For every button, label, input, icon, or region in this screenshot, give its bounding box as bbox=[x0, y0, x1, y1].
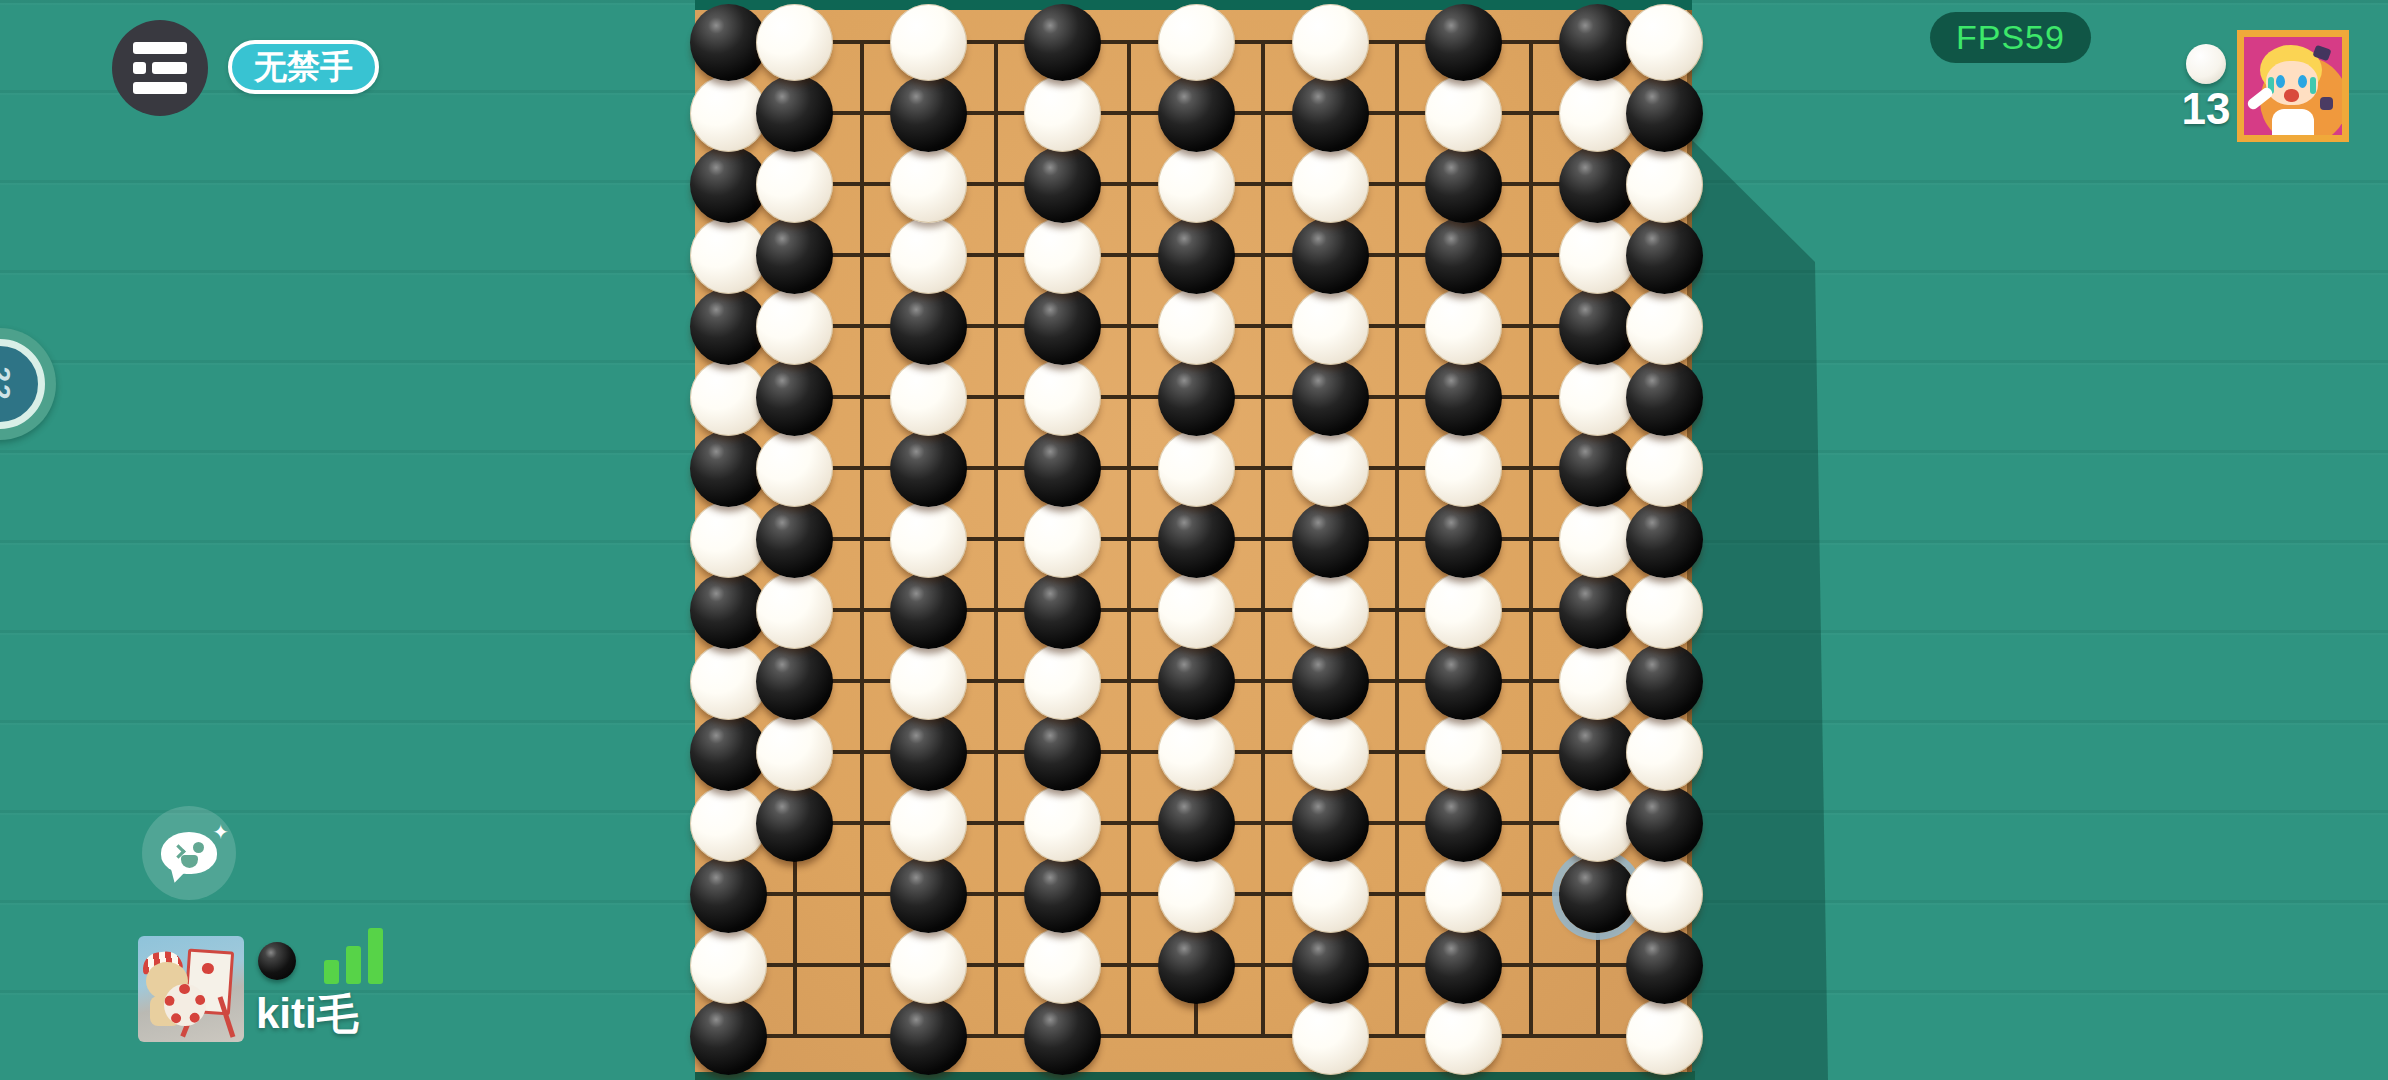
white-stone-r2c7 bbox=[1158, 146, 1235, 223]
white-stone-r7c13 bbox=[1559, 501, 1636, 578]
white-stone-r7c3 bbox=[890, 501, 967, 578]
white-stone-r10c14 bbox=[1626, 714, 1703, 791]
white-stone-r8c7 bbox=[1158, 572, 1235, 649]
black-stone-r14c5 bbox=[1024, 998, 1101, 1075]
white-stone-r3c3 bbox=[890, 217, 967, 294]
black-stone-r4c0 bbox=[690, 288, 767, 365]
white-stone-r5c3 bbox=[890, 359, 967, 436]
black-stone-r1c14 bbox=[1626, 75, 1703, 152]
black-stone-r6c13 bbox=[1559, 430, 1636, 507]
grid-line-vertical bbox=[1529, 40, 1533, 1038]
white-stone-r1c11 bbox=[1425, 75, 1502, 152]
black-stone-r1c1 bbox=[756, 75, 833, 152]
white-stone-r14c11 bbox=[1425, 998, 1502, 1075]
white-stone-r11c0 bbox=[690, 785, 767, 862]
black-stone-r5c11 bbox=[1425, 359, 1502, 436]
black-stone-r7c14 bbox=[1626, 501, 1703, 578]
black-stone-r10c13 bbox=[1559, 714, 1636, 791]
black-stone-r10c0 bbox=[690, 714, 767, 791]
white-stone-r4c7 bbox=[1158, 288, 1235, 365]
white-stone-r11c5 bbox=[1024, 785, 1101, 862]
black-stone-r9c1 bbox=[756, 643, 833, 720]
black-stone-r1c9 bbox=[1292, 75, 1369, 152]
white-stone-r6c7 bbox=[1158, 430, 1235, 507]
white-stone-r0c7 bbox=[1158, 4, 1235, 81]
white-stone-r8c1 bbox=[756, 572, 833, 649]
black-stone-r6c5 bbox=[1024, 430, 1101, 507]
avatar-glove bbox=[2320, 97, 2333, 110]
black-stone-r11c14 bbox=[1626, 785, 1703, 862]
player-avatar[interactable] bbox=[138, 936, 244, 1042]
white-stone-r7c0 bbox=[690, 501, 767, 578]
black-stone-r12c5 bbox=[1024, 856, 1101, 933]
black-stone-r9c11 bbox=[1425, 643, 1502, 720]
fps-label: FPS59 bbox=[1956, 18, 2065, 56]
white-stone-r9c0 bbox=[690, 643, 767, 720]
black-stone-r5c9 bbox=[1292, 359, 1369, 436]
side-drawer-badge-number: 22 bbox=[0, 366, 16, 401]
black-stone-r2c0 bbox=[690, 146, 767, 223]
white-stone-r8c11 bbox=[1425, 572, 1502, 649]
rule-badge: 无禁手 bbox=[228, 40, 379, 94]
black-stone-r11c11 bbox=[1425, 785, 1502, 862]
black-stone-r2c5 bbox=[1024, 146, 1101, 223]
white-stone-r3c13 bbox=[1559, 217, 1636, 294]
white-stone-r3c5 bbox=[1024, 217, 1101, 294]
white-stone-r2c9 bbox=[1292, 146, 1369, 223]
black-stone-r7c11 bbox=[1425, 501, 1502, 578]
black-stone-icon bbox=[258, 942, 296, 980]
white-stone-r10c11 bbox=[1425, 714, 1502, 791]
white-stone-r5c13 bbox=[1559, 359, 1636, 436]
board-bottom-edge bbox=[695, 1071, 1695, 1080]
black-stone-r5c7 bbox=[1158, 359, 1235, 436]
white-stone-r1c5 bbox=[1024, 75, 1101, 152]
white-stone-r12c9 bbox=[1292, 856, 1369, 933]
black-stone-r1c3 bbox=[890, 75, 967, 152]
black-stone-r6c0 bbox=[690, 430, 767, 507]
player-name: kiti毛 bbox=[256, 986, 359, 1042]
black-stone-r6c3 bbox=[890, 430, 967, 507]
white-stone-r5c0 bbox=[690, 359, 767, 436]
black-stone-r4c5 bbox=[1024, 288, 1101, 365]
white-stone-r6c14 bbox=[1626, 430, 1703, 507]
black-stone-r3c9 bbox=[1292, 217, 1369, 294]
hamburger-icon bbox=[133, 42, 187, 94]
white-stone-r8c9 bbox=[1292, 572, 1369, 649]
black-stone-r0c11 bbox=[1425, 4, 1502, 81]
white-stone-r2c1 bbox=[756, 146, 833, 223]
black-stone-r9c9 bbox=[1292, 643, 1369, 720]
white-stone-r0c3 bbox=[890, 4, 967, 81]
black-stone-r13c11 bbox=[1425, 927, 1502, 1004]
white-stone-r1c0 bbox=[690, 75, 767, 152]
black-stone-r3c7 bbox=[1158, 217, 1235, 294]
white-stone-r13c5 bbox=[1024, 927, 1101, 1004]
white-stone-r2c3 bbox=[890, 146, 967, 223]
white-stone-r4c11 bbox=[1425, 288, 1502, 365]
white-stone-r0c14 bbox=[1626, 4, 1703, 81]
white-stone-r10c7 bbox=[1158, 714, 1235, 791]
white-stone-r9c3 bbox=[890, 643, 967, 720]
black-stone-r8c13 bbox=[1559, 572, 1636, 649]
white-stone-r9c13 bbox=[1559, 643, 1636, 720]
avatar-eye-right bbox=[2298, 75, 2307, 88]
white-stone-r3c0 bbox=[690, 217, 767, 294]
black-stone-r3c11 bbox=[1425, 217, 1502, 294]
avatar-eye-left bbox=[2276, 75, 2285, 88]
game-screen: 无禁手 FPS59 13 22 ✦ bbox=[0, 0, 2388, 1080]
menu-button[interactable] bbox=[112, 20, 208, 116]
grid-line-vertical bbox=[1395, 40, 1399, 1038]
gomoku-board[interactable] bbox=[695, 10, 1692, 1072]
side-drawer-badge-inner: 22 bbox=[0, 339, 45, 429]
chat-bubble-icon: ✦ bbox=[161, 832, 217, 874]
opponent-avatar[interactable] bbox=[2237, 30, 2349, 142]
white-stone-r14c14 bbox=[1626, 998, 1703, 1075]
emote-chat-button[interactable]: ✦ bbox=[142, 806, 236, 900]
avatar-body bbox=[2272, 109, 2314, 135]
last-move-stone bbox=[1559, 856, 1636, 933]
grid-line-horizontal bbox=[726, 1034, 1667, 1038]
black-stone-r10c5 bbox=[1024, 714, 1101, 791]
avatar-mouth bbox=[2284, 89, 2299, 102]
white-stone-r4c14 bbox=[1626, 288, 1703, 365]
black-stone-r13c9 bbox=[1292, 927, 1369, 1004]
black-stone-r3c14 bbox=[1626, 217, 1703, 294]
black-stone-r0c13 bbox=[1559, 4, 1636, 81]
grid-line-vertical bbox=[1261, 40, 1265, 1038]
black-stone-r3c1 bbox=[756, 217, 833, 294]
sparkle-icon: ✦ bbox=[212, 820, 229, 844]
white-stone-r7c5 bbox=[1024, 501, 1101, 578]
black-stone-r13c7 bbox=[1158, 927, 1235, 1004]
black-stone-r14c3 bbox=[890, 998, 967, 1075]
white-stone-r4c1 bbox=[756, 288, 833, 365]
white-stone-r10c9 bbox=[1292, 714, 1369, 791]
white-stone-r12c11 bbox=[1425, 856, 1502, 933]
black-stone-r0c0 bbox=[690, 4, 767, 81]
signal-strength-icon bbox=[324, 928, 383, 984]
black-stone-r8c3 bbox=[890, 572, 967, 649]
black-stone-r9c7 bbox=[1158, 643, 1235, 720]
black-stone-r2c13 bbox=[1559, 146, 1636, 223]
open-mouth-icon bbox=[181, 855, 198, 868]
black-stone-r11c1 bbox=[756, 785, 833, 862]
black-stone-r11c7 bbox=[1158, 785, 1235, 862]
white-stone-r13c0 bbox=[690, 927, 767, 1004]
rule-badge-label: 无禁手 bbox=[254, 45, 353, 90]
black-stone-r11c9 bbox=[1292, 785, 1369, 862]
white-stone-r8c14 bbox=[1626, 572, 1703, 649]
white-stone-r4c9 bbox=[1292, 288, 1369, 365]
fps-indicator: FPS59 bbox=[1930, 12, 2091, 63]
black-stone-r7c9 bbox=[1292, 501, 1369, 578]
black-stone-r4c3 bbox=[890, 288, 967, 365]
white-stone-r6c1 bbox=[756, 430, 833, 507]
black-stone-r12c3 bbox=[890, 856, 967, 933]
white-stone-r12c7 bbox=[1158, 856, 1235, 933]
side-drawer-badge[interactable]: 22 bbox=[0, 328, 56, 440]
black-stone-r1c7 bbox=[1158, 75, 1235, 152]
white-stone-r5c5 bbox=[1024, 359, 1101, 436]
black-stone-r9c14 bbox=[1626, 643, 1703, 720]
white-stone-r13c3 bbox=[890, 927, 967, 1004]
black-stone-r14c0 bbox=[690, 998, 767, 1075]
white-stone-r11c3 bbox=[890, 785, 967, 862]
black-stone-r8c0 bbox=[690, 572, 767, 649]
round-eye-icon bbox=[193, 842, 204, 853]
white-stone-r11c13 bbox=[1559, 785, 1636, 862]
black-stone-r0c5 bbox=[1024, 4, 1101, 81]
avatar-hair-strand bbox=[2310, 77, 2316, 94]
black-stone-r7c1 bbox=[756, 501, 833, 578]
black-stone-r8c5 bbox=[1024, 572, 1101, 649]
white-stone-r2c14 bbox=[1626, 146, 1703, 223]
black-stone-r13c14 bbox=[1626, 927, 1703, 1004]
black-stone-r7c7 bbox=[1158, 501, 1235, 578]
white-stone-r6c9 bbox=[1292, 430, 1369, 507]
white-stone-r1c13 bbox=[1559, 75, 1636, 152]
white-stone-r0c1 bbox=[756, 4, 833, 81]
white-stone-r14c9 bbox=[1292, 998, 1369, 1075]
kitty-ring bbox=[164, 984, 206, 1026]
opponent-stone-count: 13 bbox=[2165, 84, 2247, 134]
white-stone-icon bbox=[2186, 44, 2226, 84]
white-stone-r0c9 bbox=[1292, 4, 1369, 81]
black-stone-r12c0 bbox=[690, 856, 767, 933]
black-stone-r2c11 bbox=[1425, 146, 1502, 223]
black-stone-r5c1 bbox=[756, 359, 833, 436]
white-stone-r12c14 bbox=[1626, 856, 1703, 933]
white-stone-r10c1 bbox=[756, 714, 833, 791]
white-stone-r6c11 bbox=[1425, 430, 1502, 507]
black-stone-r5c14 bbox=[1626, 359, 1703, 436]
black-stone-r4c13 bbox=[1559, 288, 1636, 365]
white-stone-r9c5 bbox=[1024, 643, 1101, 720]
black-stone-r10c3 bbox=[890, 714, 967, 791]
